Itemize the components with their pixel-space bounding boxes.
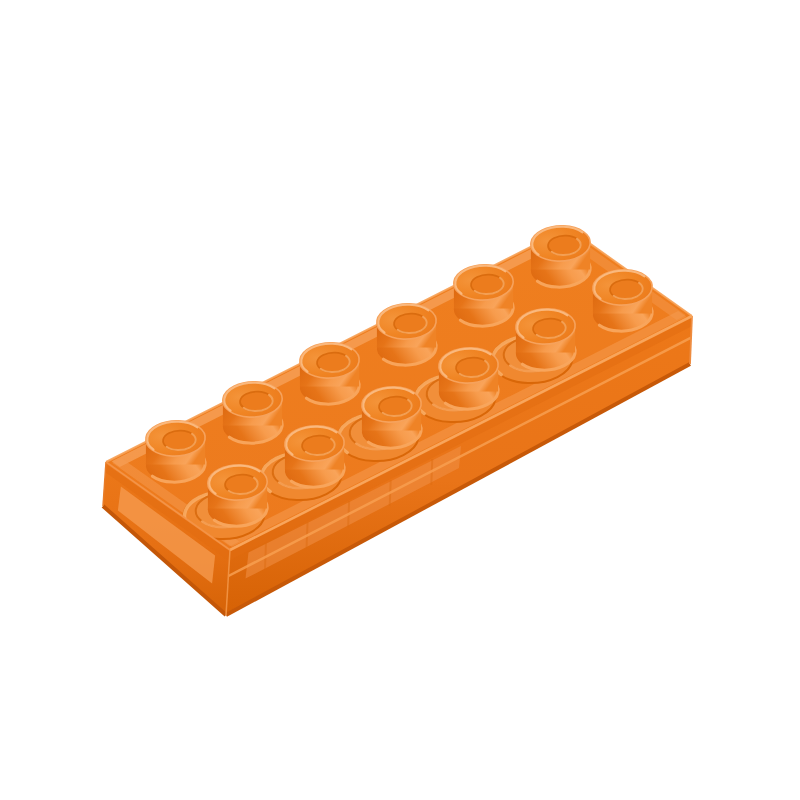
product-image-canvas <box>0 0 800 800</box>
lego-plate-2x6-render <box>0 0 800 800</box>
